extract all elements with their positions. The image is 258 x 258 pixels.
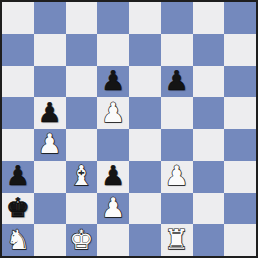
square-c7[interactable]	[66, 34, 98, 66]
square-g3[interactable]	[193, 161, 225, 193]
square-f6[interactable]: ♟	[161, 66, 193, 98]
square-a5[interactable]	[2, 97, 34, 129]
square-e6[interactable]	[129, 66, 161, 98]
square-c5[interactable]	[66, 97, 98, 129]
chess-board: ♟♟♟♟♟♟♝♟♟♚♟♞♚♜	[0, 0, 258, 258]
square-c4[interactable]	[66, 129, 98, 161]
white-pawn[interactable]: ♟	[165, 162, 189, 189]
square-b1[interactable]	[34, 224, 66, 256]
square-d3[interactable]: ♟	[97, 161, 129, 193]
square-h4[interactable]	[224, 129, 256, 161]
square-b5[interactable]: ♟	[34, 97, 66, 129]
square-h2[interactable]	[224, 193, 256, 225]
square-b6[interactable]	[34, 66, 66, 98]
square-h7[interactable]	[224, 34, 256, 66]
square-b7[interactable]	[34, 34, 66, 66]
square-d2[interactable]: ♟	[97, 193, 129, 225]
square-a2[interactable]: ♚	[2, 193, 34, 225]
square-h3[interactable]	[224, 161, 256, 193]
square-d1[interactable]	[97, 224, 129, 256]
square-b3[interactable]	[34, 161, 66, 193]
square-c8[interactable]	[66, 2, 98, 34]
square-h6[interactable]	[224, 66, 256, 98]
square-a3[interactable]: ♟	[2, 161, 34, 193]
square-c2[interactable]	[66, 193, 98, 225]
square-g6[interactable]	[193, 66, 225, 98]
white-knight[interactable]: ♞	[6, 226, 30, 253]
square-a1[interactable]: ♞	[2, 224, 34, 256]
square-f8[interactable]	[161, 2, 193, 34]
square-e5[interactable]	[129, 97, 161, 129]
white-king[interactable]: ♚	[69, 226, 93, 253]
square-h5[interactable]	[224, 97, 256, 129]
square-a6[interactable]	[2, 66, 34, 98]
square-f3[interactable]: ♟	[161, 161, 193, 193]
square-a7[interactable]	[2, 34, 34, 66]
white-pawn[interactable]: ♟	[38, 130, 62, 157]
square-b8[interactable]	[34, 2, 66, 34]
square-g1[interactable]	[193, 224, 225, 256]
square-d4[interactable]	[97, 129, 129, 161]
white-rook[interactable]: ♜	[165, 226, 189, 253]
square-f5[interactable]	[161, 97, 193, 129]
square-e1[interactable]	[129, 224, 161, 256]
square-c3[interactable]: ♝	[66, 161, 98, 193]
square-e7[interactable]	[129, 34, 161, 66]
square-e2[interactable]	[129, 193, 161, 225]
square-c1[interactable]: ♚	[66, 224, 98, 256]
square-h1[interactable]	[224, 224, 256, 256]
black-pawn[interactable]: ♟	[165, 67, 189, 94]
square-g4[interactable]	[193, 129, 225, 161]
black-pawn[interactable]: ♟	[101, 162, 125, 189]
square-d8[interactable]	[97, 2, 129, 34]
square-d5[interactable]: ♟	[97, 97, 129, 129]
square-e8[interactable]	[129, 2, 161, 34]
square-e4[interactable]	[129, 129, 161, 161]
square-g2[interactable]	[193, 193, 225, 225]
square-g7[interactable]	[193, 34, 225, 66]
square-g8[interactable]	[193, 2, 225, 34]
square-g5[interactable]	[193, 97, 225, 129]
square-c6[interactable]	[66, 66, 98, 98]
square-a4[interactable]	[2, 129, 34, 161]
white-pawn[interactable]: ♟	[101, 194, 125, 221]
chess-board-window: ♟♟♟♟♟♟♝♟♟♚♟♞♚♜	[0, 0, 258, 258]
black-king[interactable]: ♚	[6, 194, 30, 221]
black-pawn[interactable]: ♟	[101, 67, 125, 94]
square-a8[interactable]	[2, 2, 34, 34]
square-b2[interactable]	[34, 193, 66, 225]
square-f4[interactable]	[161, 129, 193, 161]
square-e3[interactable]	[129, 161, 161, 193]
square-d7[interactable]	[97, 34, 129, 66]
square-b4[interactable]: ♟	[34, 129, 66, 161]
white-pawn[interactable]: ♟	[101, 99, 125, 126]
square-f1[interactable]: ♜	[161, 224, 193, 256]
square-h8[interactable]	[224, 2, 256, 34]
black-pawn[interactable]: ♟	[38, 99, 62, 126]
white-bishop[interactable]: ♝	[69, 162, 93, 189]
black-pawn[interactable]: ♟	[6, 162, 30, 189]
square-d6[interactable]: ♟	[97, 66, 129, 98]
square-f7[interactable]	[161, 34, 193, 66]
square-f2[interactable]	[161, 193, 193, 225]
